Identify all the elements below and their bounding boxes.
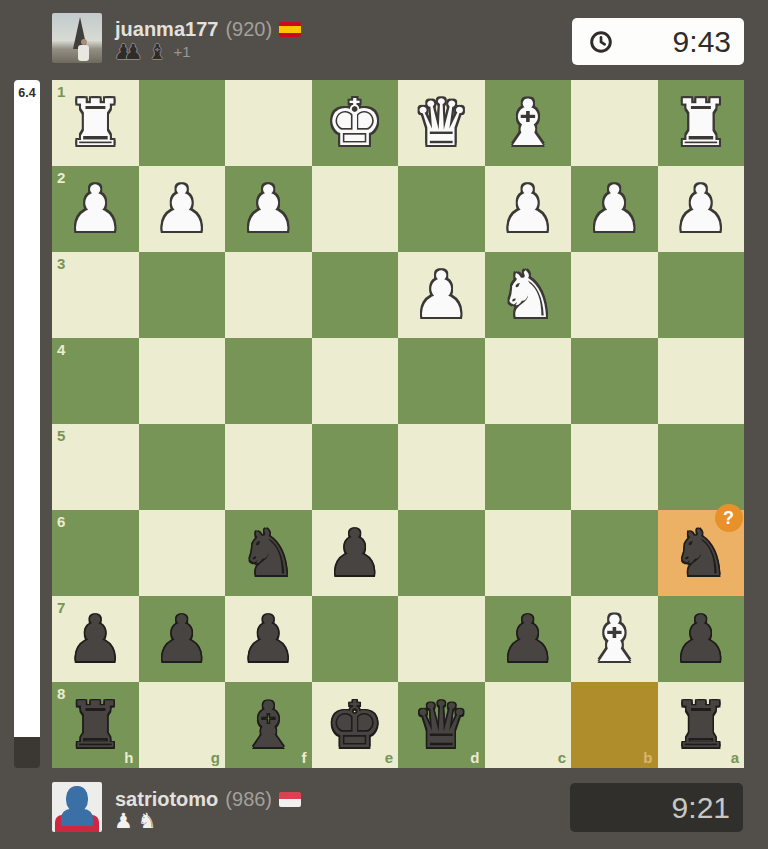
white-rook-a1[interactable]: ♜	[672, 91, 729, 155]
square-f6[interactable]: ♞	[225, 510, 312, 596]
square-a5[interactable]	[658, 424, 745, 510]
square-e6[interactable]: ♟	[312, 510, 399, 596]
rank-label-8: 8	[57, 685, 65, 702]
black-queen-d8[interactable]: ♛	[413, 693, 470, 757]
white-pawn-c2[interactable]: ♟	[499, 177, 556, 241]
black-king-e8[interactable]: ♚	[326, 693, 383, 757]
square-d4[interactable]	[398, 338, 485, 424]
square-a7[interactable]: ♟	[658, 596, 745, 682]
rank-label-4: 4	[57, 341, 65, 358]
square-d8[interactable]: d♛	[398, 682, 485, 768]
black-pawn-e6[interactable]: ♟	[326, 521, 383, 585]
square-c7[interactable]: ♟	[485, 596, 572, 682]
black-pawn-c7[interactable]: ♟	[499, 607, 556, 671]
captured-white-pawn-icon: ♟	[114, 810, 133, 832]
white-rook-h1[interactable]: ♜	[67, 91, 124, 155]
top-captured-pieces-tray: ♟♟♝ +1	[114, 41, 191, 63]
top-clock-time: 9:43	[614, 25, 744, 59]
bottom-clock-time: 9:21	[570, 791, 743, 825]
black-pawn-g7[interactable]: ♟	[153, 607, 210, 671]
white-queen-d1[interactable]: ♛	[413, 91, 470, 155]
file-label-h: h	[124, 749, 133, 766]
white-knight-c3[interactable]: ♞	[499, 263, 556, 327]
square-d7[interactable]	[398, 596, 485, 682]
evaluation-bar: 6.4	[14, 80, 40, 768]
square-h2[interactable]: 2♟	[52, 166, 139, 252]
bottom-player-clock: 9:21	[570, 783, 743, 832]
square-f4[interactable]	[225, 338, 312, 424]
black-pawn-f7[interactable]: ♟	[240, 607, 297, 671]
square-g8[interactable]: g	[139, 682, 226, 768]
file-label-c: c	[558, 749, 566, 766]
evaluation-score: 6.4	[14, 86, 40, 100]
square-d1[interactable]: ♛	[398, 80, 485, 166]
evaluation-white-portion	[14, 80, 40, 737]
square-h8[interactable]: 8h♜	[52, 682, 139, 768]
white-bishop-b7[interactable]: ♝	[586, 607, 643, 671]
bottom-player-name[interactable]: satriotomo	[115, 788, 218, 811]
square-f3[interactable]	[225, 252, 312, 338]
black-rook-h8[interactable]: ♜	[67, 693, 124, 757]
avatar-person	[78, 45, 89, 61]
black-knight-f6[interactable]: ♞	[240, 521, 297, 585]
square-d6[interactable]	[398, 510, 485, 596]
white-king-e1[interactable]: ♚	[326, 91, 383, 155]
square-f7[interactable]: ♟	[225, 596, 312, 682]
square-c1[interactable]: ♝	[485, 80, 572, 166]
square-c5[interactable]	[485, 424, 572, 510]
square-e5[interactable]	[312, 424, 399, 510]
file-label-a: a	[731, 749, 739, 766]
square-a8[interactable]: a♜	[658, 682, 745, 768]
chess-game-page: { "game": "chess", "position": { "fen": …	[0, 0, 768, 849]
square-g1[interactable]	[139, 80, 226, 166]
top-player-name[interactable]: juanma177	[115, 18, 218, 41]
square-d5[interactable]	[398, 424, 485, 510]
square-c8[interactable]: c	[485, 682, 572, 768]
square-g7[interactable]: ♟	[139, 596, 226, 682]
square-b7[interactable]: ♝	[571, 596, 658, 682]
captured-black-bishop-icon: ♝	[148, 41, 167, 63]
square-g3[interactable]	[139, 252, 226, 338]
bottom-player-info: satriotomo (986)	[115, 787, 301, 811]
square-h4[interactable]: 4	[52, 338, 139, 424]
square-c4[interactable]	[485, 338, 572, 424]
square-f5[interactable]	[225, 424, 312, 510]
clock-icon	[588, 29, 614, 55]
file-label-b: b	[643, 749, 652, 766]
square-a4[interactable]	[658, 338, 745, 424]
square-f1[interactable]	[225, 80, 312, 166]
square-b8[interactable]: b	[571, 682, 658, 768]
top-player-info: juanma177 (920)	[115, 17, 301, 41]
square-d2[interactable]	[398, 166, 485, 252]
rank-label-1: 1	[57, 83, 65, 100]
black-bishop-f8[interactable]: ♝	[240, 693, 297, 757]
file-label-e: e	[385, 749, 393, 766]
chess-board: 1♜♚♛♝♜2♟♟♟♟♟♟3♟♞456♞♟♞7♟♟♟♟♝♟8h♜gf♝e♚d♛c…	[52, 80, 744, 768]
black-rook-a8[interactable]: ♜	[672, 693, 729, 757]
indonesia-flag-icon	[279, 792, 301, 807]
avatar-head	[66, 786, 88, 812]
rank-label-7: 7	[57, 599, 65, 616]
square-a3[interactable]	[658, 252, 745, 338]
square-e8[interactable]: e♚	[312, 682, 399, 768]
white-pawn-b2[interactable]: ♟	[586, 177, 643, 241]
square-g5[interactable]	[139, 424, 226, 510]
square-b5[interactable]	[571, 424, 658, 510]
rank-label-6: 6	[57, 513, 65, 530]
file-label-f: f	[302, 749, 307, 766]
captured-white-knight-icon: ♞	[138, 810, 157, 832]
square-f8[interactable]: f♝	[225, 682, 312, 768]
white-pawn-d3[interactable]: ♟	[413, 263, 470, 327]
square-e2[interactable]	[312, 166, 399, 252]
file-label-g: g	[211, 749, 220, 766]
square-g6[interactable]	[139, 510, 226, 596]
square-e3[interactable]	[312, 252, 399, 338]
square-f2[interactable]: ♟	[225, 166, 312, 252]
black-pawn-a7[interactable]: ♟	[672, 607, 729, 671]
mistake-badge: ?	[715, 504, 743, 532]
square-c6[interactable]	[485, 510, 572, 596]
bottom-player-avatar[interactable]	[52, 782, 102, 832]
white-pawn-f2[interactable]: ♟	[240, 177, 297, 241]
square-g2[interactable]: ♟	[139, 166, 226, 252]
top-player-clock: 9:43	[572, 18, 744, 65]
top-player-rating: (920)	[225, 18, 272, 41]
square-c3[interactable]: ♞	[485, 252, 572, 338]
white-bishop-c1[interactable]: ♝	[499, 91, 556, 155]
bottom-player-rating: (986)	[225, 788, 272, 811]
square-e1[interactable]: ♚	[312, 80, 399, 166]
rank-label-3: 3	[57, 255, 65, 272]
square-h5[interactable]: 5	[52, 424, 139, 510]
white-pawn-h2[interactable]: ♟	[67, 177, 124, 241]
square-b1[interactable]	[571, 80, 658, 166]
top-player-avatar[interactable]	[52, 13, 102, 63]
square-a1[interactable]: ♜	[658, 80, 745, 166]
square-d3[interactable]: ♟	[398, 252, 485, 338]
rank-label-2: 2	[57, 169, 65, 186]
black-knight-a6[interactable]: ♞	[672, 521, 729, 585]
square-e4[interactable]	[312, 338, 399, 424]
square-b6[interactable]	[571, 510, 658, 596]
square-h6[interactable]: 6	[52, 510, 139, 596]
file-label-d: d	[470, 749, 479, 766]
rank-label-5: 5	[57, 427, 65, 444]
black-pawn-h7[interactable]: ♟	[67, 607, 124, 671]
bottom-captured-pieces-tray: ♟♞	[114, 810, 157, 832]
question-mark: ?	[723, 509, 734, 527]
square-b3[interactable]	[571, 252, 658, 338]
white-pawn-a2[interactable]: ♟	[672, 177, 729, 241]
square-b2[interactable]: ♟	[571, 166, 658, 252]
square-g4[interactable]	[139, 338, 226, 424]
square-e7[interactable]	[312, 596, 399, 682]
spain-flag-icon	[279, 22, 301, 37]
square-h3[interactable]: 3	[52, 252, 139, 338]
square-b4[interactable]	[571, 338, 658, 424]
material-advantage: +1	[173, 41, 190, 63]
white-pawn-g2[interactable]: ♟	[153, 177, 210, 241]
square-h7[interactable]: 7♟	[52, 596, 139, 682]
square-c2[interactable]: ♟	[485, 166, 572, 252]
square-h1[interactable]: 1♜	[52, 80, 139, 166]
square-a2[interactable]: ♟	[658, 166, 745, 252]
captured-black-pawn-icon: ♟	[124, 41, 143, 63]
